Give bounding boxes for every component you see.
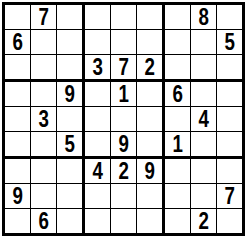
- cell-r7c9[interactable]: [217, 159, 242, 183]
- cell-r6c3[interactable]: 5: [57, 132, 82, 156]
- box-3-3: 72: [165, 159, 242, 233]
- cell-r4c1[interactable]: [5, 82, 30, 106]
- cell-r9c5[interactable]: [111, 209, 136, 233]
- cell-r1c4[interactable]: [85, 5, 110, 29]
- cell-r8c4[interactable]: [85, 184, 110, 208]
- given-digit: 6: [12, 30, 22, 54]
- cell-r8c2[interactable]: [31, 184, 56, 208]
- cell-r8c8[interactable]: [191, 184, 216, 208]
- given-digit: 8: [198, 5, 208, 29]
- given-digit: 7: [38, 5, 48, 29]
- cell-r2c9[interactable]: 5: [217, 30, 242, 54]
- given-digit: 9: [144, 159, 154, 183]
- cell-r5c1[interactable]: [5, 107, 30, 131]
- cell-r5c3[interactable]: [57, 107, 82, 131]
- cell-r2c6[interactable]: [137, 30, 162, 54]
- box-1-1: 76: [5, 5, 82, 79]
- given-digit: 4: [198, 107, 208, 131]
- cell-r7c5[interactable]: 2: [111, 159, 136, 183]
- cell-r5c6[interactable]: [137, 107, 162, 131]
- cell-r4c5[interactable]: 1: [111, 82, 136, 106]
- cell-r9c2[interactable]: 6: [31, 209, 56, 233]
- box-1-2: 372: [85, 5, 162, 79]
- cell-r2c2[interactable]: [31, 30, 56, 54]
- box-2-2: 19: [85, 82, 162, 156]
- cell-r3c4[interactable]: 3: [85, 55, 110, 79]
- given-digit: 1: [118, 82, 128, 106]
- given-digit: 4: [92, 159, 102, 183]
- cell-r6c4[interactable]: [85, 132, 110, 156]
- given-digit: 3: [92, 55, 102, 79]
- given-digit: 9: [64, 82, 74, 106]
- cell-r2c4[interactable]: [85, 30, 110, 54]
- cell-r3c1[interactable]: [5, 55, 30, 79]
- cell-r4c8[interactable]: [191, 82, 216, 106]
- cell-r6c7[interactable]: 1: [165, 132, 190, 156]
- cell-r6c6[interactable]: [137, 132, 162, 156]
- cell-r5c9[interactable]: [217, 107, 242, 131]
- cell-r6c5[interactable]: 9: [111, 132, 136, 156]
- cell-r3c9[interactable]: [217, 55, 242, 79]
- cell-r9c9[interactable]: [217, 209, 242, 233]
- cell-r3c6[interactable]: 2: [137, 55, 162, 79]
- given-digit: 7: [224, 184, 234, 208]
- cell-r7c2[interactable]: [31, 159, 56, 183]
- cell-r6c2[interactable]: [31, 132, 56, 156]
- cell-r3c2[interactable]: [31, 55, 56, 79]
- cell-r3c3[interactable]: [57, 55, 82, 79]
- cell-r1c2[interactable]: 7: [31, 5, 56, 29]
- cell-r5c5[interactable]: [111, 107, 136, 131]
- cell-r6c1[interactable]: [5, 132, 30, 156]
- box-1-3: 85: [165, 5, 242, 79]
- cell-r5c8[interactable]: 4: [191, 107, 216, 131]
- given-digit: 6: [38, 209, 48, 233]
- cell-r7c4[interactable]: 4: [85, 159, 110, 183]
- given-digit: 5: [224, 30, 234, 54]
- sudoku-board: 7637285935196419642972: [2, 2, 245, 236]
- cell-r9c1[interactable]: [5, 209, 30, 233]
- cell-r9c3[interactable]: [57, 209, 82, 233]
- cell-r7c1[interactable]: [5, 159, 30, 183]
- cell-r8c9[interactable]: 7: [217, 184, 242, 208]
- given-digit: 2: [198, 209, 208, 233]
- cell-r1c1[interactable]: [5, 5, 30, 29]
- sudoku-board-wrap: 7637285935196419642972: [0, 0, 249, 236]
- cell-r4c2[interactable]: [31, 82, 56, 106]
- box-3-1: 96: [5, 159, 82, 233]
- box-2-1: 935: [5, 82, 82, 156]
- cell-r7c6[interactable]: 9: [137, 159, 162, 183]
- cell-r2c3[interactable]: [57, 30, 82, 54]
- cell-r4c9[interactable]: [217, 82, 242, 106]
- cell-r4c7[interactable]: 6: [165, 82, 190, 106]
- cell-r7c3[interactable]: [57, 159, 82, 183]
- cell-r2c7[interactable]: [165, 30, 190, 54]
- cell-r5c7[interactable]: [165, 107, 190, 131]
- cell-r4c3[interactable]: 9: [57, 82, 82, 106]
- cell-r1c3[interactable]: [57, 5, 82, 29]
- cell-r5c2[interactable]: 3: [31, 107, 56, 131]
- cell-r4c6[interactable]: [137, 82, 162, 106]
- cell-r6c8[interactable]: [191, 132, 216, 156]
- cell-r9c7[interactable]: [165, 209, 190, 233]
- cell-r7c8[interactable]: [191, 159, 216, 183]
- cell-r2c8[interactable]: [191, 30, 216, 54]
- cell-r8c5[interactable]: [111, 184, 136, 208]
- given-digit: 5: [64, 132, 74, 156]
- cell-r1c8[interactable]: 8: [191, 5, 216, 29]
- cell-r5c4[interactable]: [85, 107, 110, 131]
- cell-r7c7[interactable]: [165, 159, 190, 183]
- cell-r3c8[interactable]: [191, 55, 216, 79]
- cell-r4c4[interactable]: [85, 82, 110, 106]
- given-digit: 3: [38, 107, 48, 131]
- box-3-2: 429: [85, 159, 162, 233]
- cell-r1c7[interactable]: [165, 5, 190, 29]
- cell-r2c5[interactable]: [111, 30, 136, 54]
- given-digit: 9: [118, 132, 128, 156]
- box-2-3: 641: [165, 82, 242, 156]
- cell-r1c6[interactable]: [137, 5, 162, 29]
- given-digit: 2: [144, 55, 154, 79]
- cell-r1c9[interactable]: [217, 5, 242, 29]
- given-digit: 2: [118, 159, 128, 183]
- cell-r9c6[interactable]: [137, 209, 162, 233]
- given-digit: 9: [12, 184, 22, 208]
- cell-r8c1[interactable]: 9: [5, 184, 30, 208]
- cell-r8c6[interactable]: [137, 184, 162, 208]
- cell-r3c5[interactable]: 7: [111, 55, 136, 79]
- cell-r3c7[interactable]: [165, 55, 190, 79]
- cell-r6c9[interactable]: [217, 132, 242, 156]
- given-digit: 7: [118, 55, 128, 79]
- given-digit: 1: [172, 132, 182, 156]
- cell-r9c4[interactable]: [85, 209, 110, 233]
- given-digit: 6: [172, 82, 182, 106]
- cell-r9c8[interactable]: 2: [191, 209, 216, 233]
- cell-r2c1[interactable]: 6: [5, 30, 30, 54]
- cell-r1c5[interactable]: [111, 5, 136, 29]
- cell-r8c7[interactable]: [165, 184, 190, 208]
- cell-r8c3[interactable]: [57, 184, 82, 208]
